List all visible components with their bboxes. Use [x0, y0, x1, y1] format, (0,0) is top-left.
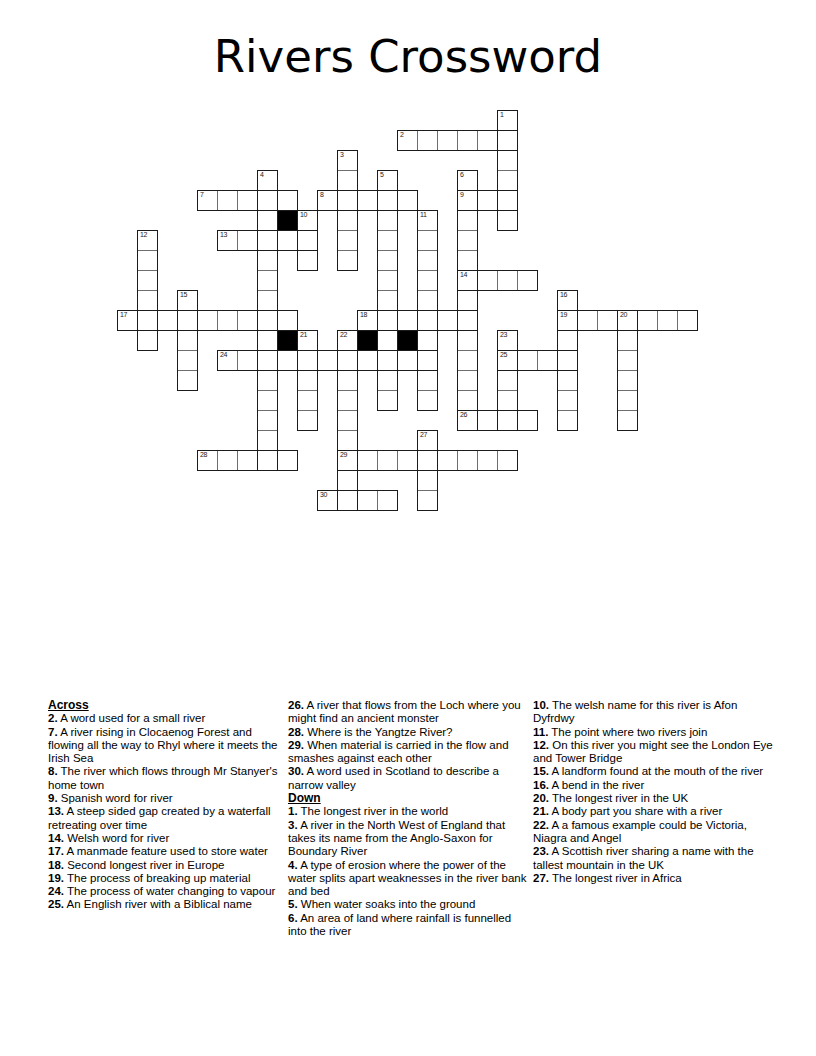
clue-down-12: 12. On this river you might see the Lond…: [533, 739, 775, 766]
grid-cell[interactable]: [177, 310, 198, 331]
grid-cell[interactable]: [297, 250, 318, 271]
grid-cell[interactable]: 13: [217, 230, 238, 251]
grid-cell[interactable]: [257, 310, 278, 331]
clue-down-27: 27. The longest river in Africa: [533, 872, 775, 885]
grid-cell[interactable]: [457, 350, 478, 371]
clue-column-down: 10. The welsh name for this river is Afo…: [533, 699, 775, 885]
grid-cell[interactable]: [337, 490, 358, 511]
clue-down-20: 20. The longest river in the UK: [533, 792, 775, 805]
grid-cell[interactable]: [457, 390, 478, 411]
black-cell: [277, 210, 298, 231]
grid-cell[interactable]: [137, 310, 158, 331]
clue-down-22: 22. A a famous example could be Victoria…: [533, 819, 775, 846]
clue-down-6: 6. An area of land where rainfall is fun…: [288, 912, 528, 939]
cell-number: 1: [500, 111, 504, 119]
grid-cell[interactable]: 17: [117, 310, 138, 331]
cell-number: 15: [180, 291, 187, 299]
clue-number: 18.: [48, 859, 64, 871]
clue-across-13: 13. A steep sided gap created by a water…: [48, 805, 286, 832]
cell-number: 25: [500, 351, 507, 359]
clue-down-11: 11. The point where two rivers join: [533, 726, 775, 739]
grid-cell[interactable]: [297, 390, 318, 411]
grid-cell[interactable]: [657, 310, 678, 331]
cell-number: 29: [340, 451, 347, 459]
grid-cell[interactable]: [397, 450, 418, 471]
grid-cell[interactable]: [557, 350, 578, 371]
grid-cell[interactable]: [317, 350, 338, 371]
grid-cell[interactable]: [417, 130, 438, 151]
grid-cell[interactable]: [417, 390, 438, 411]
grid-cell[interactable]: [617, 330, 638, 351]
grid-cell[interactable]: [377, 490, 398, 511]
grid-cell[interactable]: 3: [337, 150, 358, 171]
grid-cell[interactable]: [457, 370, 478, 391]
grid-cell[interactable]: [617, 350, 638, 371]
grid-cell[interactable]: [437, 130, 458, 151]
grid-cell[interactable]: 6: [457, 170, 478, 191]
cell-number: 19: [560, 311, 567, 319]
grid-cell[interactable]: 20: [617, 310, 638, 331]
grid-cell[interactable]: [177, 350, 198, 371]
grid-cell[interactable]: 28: [197, 450, 218, 471]
clue-number: 19.: [48, 872, 64, 884]
grid-cell[interactable]: [557, 410, 578, 431]
grid-cell[interactable]: [457, 250, 478, 271]
cell-number: 13: [220, 231, 227, 239]
clue-number: 2.: [48, 712, 58, 724]
grid-cell[interactable]: [417, 270, 438, 291]
clue-number: 15.: [533, 765, 549, 777]
grid-cell[interactable]: 18: [357, 310, 378, 331]
grid-cell[interactable]: [417, 290, 438, 311]
grid-cell[interactable]: [477, 190, 498, 211]
grid-cell[interactable]: 5: [377, 170, 398, 191]
cell-number: 21: [300, 331, 307, 339]
grid-cell[interactable]: [237, 350, 258, 371]
grid-cell[interactable]: 4: [257, 170, 278, 191]
cell-number: 20: [620, 311, 627, 319]
black-cell: [277, 330, 298, 351]
grid-cell[interactable]: [417, 350, 438, 371]
grid-cell[interactable]: [597, 310, 618, 331]
clue-across-24: 24. The process of water changing to vap…: [48, 885, 286, 898]
grid-cell[interactable]: [257, 410, 278, 431]
black-cell: [357, 330, 378, 351]
grid-cell[interactable]: [557, 370, 578, 391]
clue-number: 22.: [533, 819, 549, 831]
grid-cell[interactable]: [277, 190, 298, 211]
grid-cell[interactable]: [377, 350, 398, 371]
grid-cell[interactable]: [557, 390, 578, 411]
grid-cell[interactable]: [157, 310, 178, 331]
grid-cell[interactable]: [517, 270, 538, 291]
page: Rivers Crossword 12345678910111213141516…: [0, 0, 816, 1056]
grid-cell[interactable]: [377, 230, 398, 251]
grid-cell[interactable]: [397, 190, 418, 211]
grid-cell[interactable]: [457, 330, 478, 351]
grid-cell[interactable]: 16: [557, 290, 578, 311]
clue-number: 12.: [533, 739, 549, 751]
grid-cell[interactable]: [497, 450, 518, 471]
clue-number: 17.: [48, 845, 64, 857]
grid-cell[interactable]: [337, 190, 358, 211]
grid-cell[interactable]: [337, 430, 358, 451]
clue-column-middle: 26. A river that flows from the Loch whe…: [288, 699, 528, 938]
clue-number: 26.: [288, 699, 304, 711]
grid-cell[interactable]: 10: [297, 210, 318, 231]
clue-down-1: 1. The longest river in the world: [288, 805, 528, 818]
grid-cell[interactable]: [177, 370, 198, 391]
grid-cell[interactable]: [177, 330, 198, 351]
grid-cell[interactable]: [477, 410, 498, 431]
clue-number: 24.: [48, 885, 64, 897]
clue-number: 13.: [48, 805, 64, 817]
grid-cell[interactable]: [357, 450, 378, 471]
grid-cell[interactable]: [257, 190, 278, 211]
clue-number: 9.: [48, 792, 58, 804]
grid-cell[interactable]: [337, 170, 358, 191]
clue-down-23: 23. A Scottish river sharing a name with…: [533, 845, 775, 872]
puzzle-title: Rivers Crossword: [0, 30, 816, 83]
grid-cell[interactable]: [237, 230, 258, 251]
grid-cell[interactable]: [417, 230, 438, 251]
clue-down-5: 5. When water soaks into the ground: [288, 898, 528, 911]
grid-cell[interactable]: [457, 130, 478, 151]
grid-cell[interactable]: [457, 310, 478, 331]
grid-cell[interactable]: [417, 250, 438, 271]
across-header: Across: [48, 699, 286, 712]
grid-cell[interactable]: [197, 310, 218, 331]
clue-number: 8.: [48, 765, 58, 777]
grid-cell[interactable]: [257, 430, 278, 451]
crossword-grid: 1234567891011121314151617181920212223242…: [117, 110, 699, 512]
grid-cell[interactable]: 14: [457, 270, 478, 291]
grid-cell[interactable]: [277, 310, 298, 331]
cell-number: 5: [380, 171, 384, 179]
grid-cell[interactable]: [337, 250, 358, 271]
grid-cell[interactable]: [417, 330, 438, 351]
cell-number: 23: [500, 331, 507, 339]
grid-cell[interactable]: [257, 390, 278, 411]
clue-across-28: 28. Where is the Yangtze River?: [288, 726, 528, 739]
grid-cell[interactable]: [237, 450, 258, 471]
clue-down-15: 15. A landform found at the mouth of the…: [533, 765, 775, 778]
grid-cell[interactable]: 1: [497, 110, 518, 131]
grid-cell[interactable]: [297, 350, 318, 371]
clue-down-21: 21. A body part you share with a river: [533, 805, 775, 818]
grid-cell[interactable]: [377, 390, 398, 411]
grid-cell[interactable]: [337, 410, 358, 431]
grid-cell[interactable]: [457, 210, 478, 231]
cell-number: 2: [400, 131, 404, 139]
down-header: Down: [288, 792, 528, 805]
grid-cell[interactable]: [237, 310, 258, 331]
clue-across-30: 30. A word used in Scotland to describe …: [288, 765, 528, 792]
grid-cell[interactable]: [377, 450, 398, 471]
grid-cell[interactable]: [337, 470, 358, 491]
grid-cell[interactable]: [497, 150, 518, 171]
cell-number: 11: [420, 211, 427, 219]
grid-cell[interactable]: [677, 310, 698, 331]
grid-cell[interactable]: [377, 250, 398, 271]
clue-column-across: Across2. A word used for a small river7.…: [48, 699, 286, 912]
grid-cell[interactable]: [377, 270, 398, 291]
grid-cell[interactable]: [297, 370, 318, 391]
grid-cell[interactable]: [417, 450, 438, 471]
grid-cell[interactable]: 8: [317, 190, 338, 211]
grid-cell[interactable]: [617, 390, 638, 411]
grid-cell[interactable]: [517, 350, 538, 371]
clue-number: 23.: [533, 845, 549, 857]
grid-cell[interactable]: [137, 290, 158, 311]
grid-cell[interactable]: [417, 370, 438, 391]
grid-cell[interactable]: 21: [297, 330, 318, 351]
clue-number: 30.: [288, 765, 304, 777]
clue-down-16: 16. A bend in the river: [533, 779, 775, 792]
grid-cell[interactable]: [397, 310, 418, 331]
clue-number: 25.: [48, 898, 64, 910]
grid-cell[interactable]: 22: [337, 330, 358, 351]
grid-cell[interactable]: [557, 330, 578, 351]
clue-across-14: 14. Welsh word for river: [48, 832, 286, 845]
cell-number: 26: [460, 411, 467, 419]
grid-cell[interactable]: [417, 470, 438, 491]
grid-cell[interactable]: [477, 450, 498, 471]
grid-cell[interactable]: [137, 250, 158, 271]
clue-number: 14.: [48, 832, 64, 844]
grid-cell[interactable]: [217, 190, 238, 211]
clue-down-4: 4. A type of erosion where the power of …: [288, 859, 528, 899]
cell-number: 28: [200, 451, 207, 459]
cell-number: 4: [260, 171, 264, 179]
clue-across-9: 9. Spanish word for river: [48, 792, 286, 805]
grid-cell[interactable]: 19: [557, 310, 578, 331]
grid-cell[interactable]: 2: [397, 130, 418, 151]
grid-cell[interactable]: [377, 210, 398, 231]
grid-cell[interactable]: [257, 450, 278, 471]
grid-cell[interactable]: [257, 290, 278, 311]
grid-cell[interactable]: [497, 410, 518, 431]
cell-number: 7: [200, 191, 204, 199]
clue-across-25: 25. An English river with a Biblical nam…: [48, 898, 286, 911]
clue-number: 10.: [533, 699, 549, 711]
grid-cell[interactable]: [257, 330, 278, 351]
grid-cell[interactable]: [417, 490, 438, 511]
clue-number: 1.: [288, 805, 298, 817]
grid-cell[interactable]: [537, 350, 558, 371]
clue-across-2: 2. A word used for a small river: [48, 712, 286, 725]
clue-across-18: 18. Second longest river in Europe: [48, 859, 286, 872]
grid-cell[interactable]: [457, 230, 478, 251]
grid-cell[interactable]: [477, 130, 498, 151]
grid-cell[interactable]: [337, 390, 358, 411]
grid-cell[interactable]: [437, 450, 458, 471]
clue-number: 6.: [288, 912, 298, 924]
grid-cell[interactable]: [377, 190, 398, 211]
grid-cell[interactable]: [497, 190, 518, 211]
clue-across-8: 8. The river which flows through Mr Stan…: [48, 765, 286, 792]
cell-number: 6: [460, 171, 464, 179]
grid-cell[interactable]: [357, 350, 378, 371]
clue-number: 3.: [288, 819, 298, 831]
grid-cell[interactable]: [377, 370, 398, 391]
grid-cell[interactable]: 27: [417, 430, 438, 451]
grid-cell[interactable]: [137, 330, 158, 351]
grid-cell[interactable]: [637, 310, 658, 331]
grid-cell[interactable]: [377, 310, 398, 331]
grid-cell[interactable]: 23: [497, 330, 518, 351]
grid-cell[interactable]: 25: [497, 350, 518, 371]
grid-cell[interactable]: 7: [197, 190, 218, 211]
clue-across-19: 19. The process of breaking up material: [48, 872, 286, 885]
grid-cell[interactable]: [397, 350, 418, 371]
grid-cell[interactable]: [377, 330, 398, 351]
grid-cell[interactable]: [497, 130, 518, 151]
grid-cell[interactable]: [357, 190, 378, 211]
cell-number: 18: [360, 311, 367, 319]
cell-number: 16: [560, 291, 567, 299]
grid-cell[interactable]: [297, 230, 318, 251]
grid-cell[interactable]: [417, 310, 438, 331]
grid-cell[interactable]: [277, 450, 298, 471]
cell-number: 30: [320, 491, 327, 499]
cell-number: 9: [460, 191, 464, 199]
clue-across-17: 17. A manmade feature used to store wate…: [48, 845, 286, 858]
grid-cell[interactable]: [277, 350, 298, 371]
cell-number: 27: [420, 431, 427, 439]
cell-number: 10: [300, 211, 307, 219]
clue-number: 16.: [533, 779, 549, 791]
grid-cell[interactable]: [337, 210, 358, 231]
grid-cell[interactable]: [257, 370, 278, 391]
cell-number: 24: [220, 351, 227, 359]
grid-cell[interactable]: [237, 190, 258, 211]
grid-cell[interactable]: 15: [177, 290, 198, 311]
grid-cell[interactable]: 12: [137, 230, 158, 251]
clue-number: 27.: [533, 872, 549, 884]
cell-number: 22: [340, 331, 347, 339]
grid-cell[interactable]: [357, 490, 378, 511]
grid-cell[interactable]: [497, 370, 518, 391]
grid-cell[interactable]: 26: [457, 410, 478, 431]
clue-number: 28.: [288, 726, 304, 738]
clue-number: 20.: [533, 792, 549, 804]
cell-number: 3: [340, 151, 344, 159]
grid-cell[interactable]: [217, 450, 238, 471]
grid-cell[interactable]: [497, 170, 518, 191]
clue-number: 11.: [533, 726, 548, 738]
clue-across-7: 7. A river rising in Clocaenog Forest an…: [48, 726, 286, 766]
grid-cell[interactable]: 11: [417, 210, 438, 231]
clue-number: 5.: [288, 898, 298, 910]
clue-across-29: 29. When material is carried in the flow…: [288, 739, 528, 766]
grid-cell[interactable]: [497, 210, 518, 231]
grid-cell[interactable]: [217, 310, 238, 331]
grid-cell[interactable]: [477, 270, 498, 291]
cell-number: 12: [140, 231, 147, 239]
grid-cell[interactable]: [497, 270, 518, 291]
grid-cell[interactable]: [277, 230, 298, 251]
grid-cell[interactable]: [257, 270, 278, 291]
grid-cell[interactable]: [337, 350, 358, 371]
clue-number: 29.: [288, 739, 304, 751]
grid-cell[interactable]: [337, 230, 358, 251]
grid-cell[interactable]: [457, 450, 478, 471]
grid-cell[interactable]: 9: [457, 190, 478, 211]
grid-cell[interactable]: [137, 270, 158, 291]
grid-cell[interactable]: [257, 230, 278, 251]
cell-number: 8: [320, 191, 324, 199]
grid-cell[interactable]: [517, 410, 538, 431]
grid-cell[interactable]: [497, 390, 518, 411]
cell-number: 14: [460, 271, 467, 279]
grid-cell[interactable]: [257, 350, 278, 371]
grid-cell[interactable]: [377, 290, 398, 311]
cell-number: 17: [120, 311, 127, 319]
clue-number: 21.: [533, 805, 549, 817]
grid-cell[interactable]: [617, 410, 638, 431]
grid-cell[interactable]: 24: [217, 350, 238, 371]
grid-cell[interactable]: [437, 310, 458, 331]
clue-down-10: 10. The welsh name for this river is Afo…: [533, 699, 775, 726]
black-cell: [397, 330, 418, 351]
grid-cell[interactable]: 29: [337, 450, 358, 471]
grid-cell[interactable]: [577, 310, 598, 331]
grid-cell[interactable]: [617, 370, 638, 391]
grid-cell[interactable]: 30: [317, 490, 338, 511]
clue-across-26: 26. A river that flows from the Loch whe…: [288, 699, 528, 726]
clue-down-3: 3. A river in the North West of England …: [288, 819, 528, 859]
clue-number: 4.: [288, 859, 298, 871]
clue-number: 7.: [48, 726, 58, 738]
grid-cell[interactable]: [457, 290, 478, 311]
grid-cell[interactable]: [337, 370, 358, 391]
grid-cell[interactable]: [257, 250, 278, 271]
grid-cell[interactable]: [297, 410, 318, 431]
